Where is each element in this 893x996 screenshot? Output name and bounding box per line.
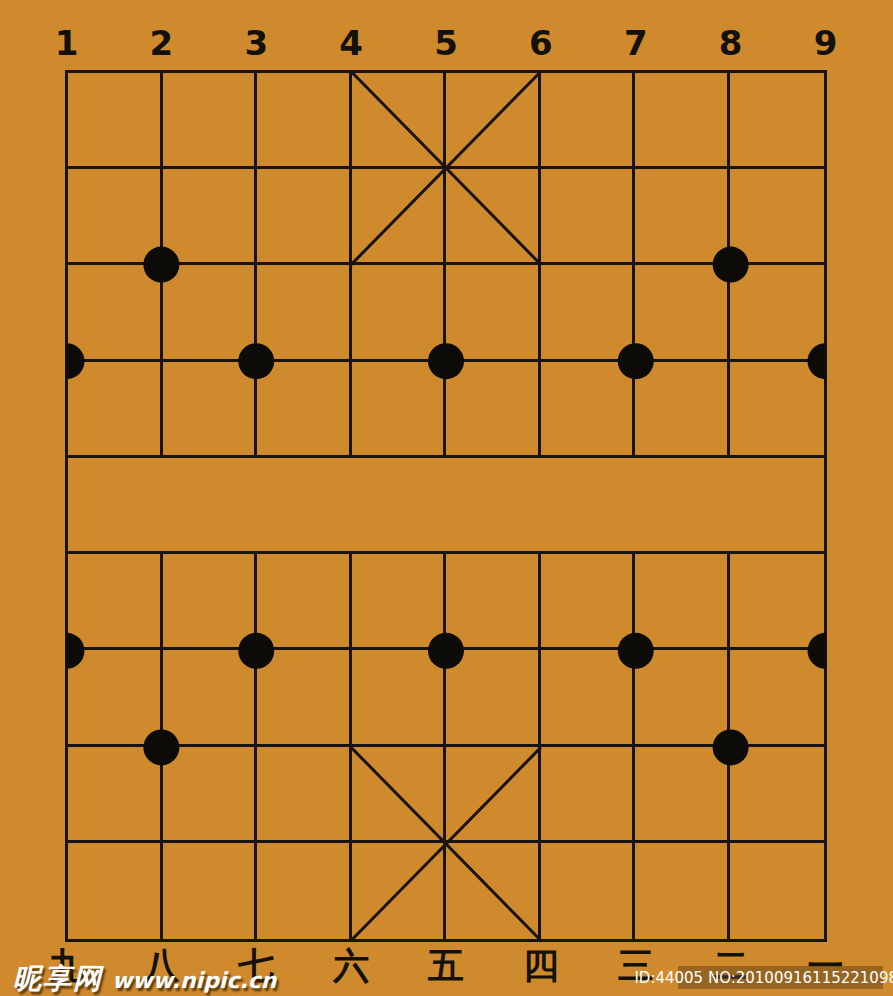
board-cell-f7-r1 — [635, 73, 730, 169]
board-cell-f6-r1 — [541, 73, 636, 169]
board-cell-f8-r2 — [730, 169, 825, 265]
board-cell-f1-r5 — [68, 458, 163, 554]
top-file-label-2: 2 — [150, 26, 174, 60]
board-cell-f7-r9 — [635, 843, 730, 939]
board-cell-f7-r7 — [635, 650, 730, 746]
board-cell-f4-r8 — [352, 747, 447, 843]
board-cell-f8-r1 — [730, 73, 825, 169]
board-cell-f6-r3 — [541, 265, 636, 361]
board-cell-f1-r9 — [68, 843, 163, 939]
top-file-label-3: 3 — [244, 26, 268, 60]
board-cell-f1-r3 — [68, 265, 163, 361]
board-cell-f3-r7 — [257, 650, 352, 746]
board-cell-f8-r6 — [730, 554, 825, 650]
board-cell-f3-r3 — [257, 265, 352, 361]
board-cell-f2-r6 — [163, 554, 258, 650]
watermark-site-url: www.nipic.cn — [112, 968, 277, 993]
board-cell-f2-r5 — [163, 458, 258, 554]
top-file-label-6: 6 — [529, 26, 553, 60]
board-cell-f4-r2 — [352, 169, 447, 265]
xiangqi-board — [65, 70, 827, 942]
board-cell-f5-r2 — [446, 169, 541, 265]
board-wrap — [65, 70, 827, 942]
board-cell-f2-r4 — [163, 362, 258, 458]
board-cell-f3-r1 — [257, 73, 352, 169]
board-cell-f8-r3 — [730, 265, 825, 361]
board-cell-f1-r7 — [68, 650, 163, 746]
board-cell-f3-r4 — [257, 362, 352, 458]
board-cell-f6-r2 — [541, 169, 636, 265]
board-cell-f6-r7 — [541, 650, 636, 746]
board-cell-f2-r2 — [163, 169, 258, 265]
board-cell-f6-r6 — [541, 554, 636, 650]
bottom-file-label-4: 六 — [333, 948, 369, 984]
board-cell-f4-r9 — [352, 843, 447, 939]
board-cell-f3-r2 — [257, 169, 352, 265]
board-cell-f5-r9 — [446, 843, 541, 939]
top-file-label-8: 8 — [719, 26, 743, 60]
board-cell-f6-r4 — [541, 362, 636, 458]
watermark: 昵享网 www.nipic.cn — [13, 960, 277, 996]
id-bar-text: ID:44005 NO:20100916115221098370 — [634, 969, 893, 987]
board-cell-f4-r6 — [352, 554, 447, 650]
board-cell-f5-r3 — [446, 265, 541, 361]
board-cell-f7-r6 — [635, 554, 730, 650]
board-cell-f5-r1 — [446, 73, 541, 169]
bottom-file-label-5: 五 — [428, 948, 464, 984]
top-file-label-5: 5 — [434, 26, 458, 60]
board-cell-f5-r7 — [446, 650, 541, 746]
watermark-site-name: 昵享网 — [13, 960, 103, 996]
board-cell-f4-r3 — [352, 265, 447, 361]
board-cell-f5-r6 — [446, 554, 541, 650]
board-cell-f8-r8 — [730, 747, 825, 843]
board-cell-f8-r5 — [730, 458, 825, 554]
board-cell-f1-r2 — [68, 169, 163, 265]
id-bar: ID:44005 NO:20100916115221098370 — [678, 966, 883, 989]
board-cell-f1-r4 — [68, 362, 163, 458]
board-cell-f4-r5 — [352, 458, 447, 554]
board-cell-f8-r4 — [730, 362, 825, 458]
board-cell-f2-r8 — [163, 747, 258, 843]
board-cell-f7-r3 — [635, 265, 730, 361]
board-cell-f2-r7 — [163, 650, 258, 746]
board-cell-f4-r7 — [352, 650, 447, 746]
board-cell-f6-r5 — [541, 458, 636, 554]
board-cell-f2-r3 — [163, 265, 258, 361]
board-cell-f6-r9 — [541, 843, 636, 939]
board-cell-f2-r9 — [163, 843, 258, 939]
board-cell-f3-r5 — [257, 458, 352, 554]
board-cell-f1-r1 — [68, 73, 163, 169]
board-cell-f7-r8 — [635, 747, 730, 843]
top-file-label-7: 7 — [624, 26, 648, 60]
board-cell-f5-r4 — [446, 362, 541, 458]
bottom-file-label-6: 四 — [523, 948, 559, 984]
board-cell-f3-r6 — [257, 554, 352, 650]
top-file-label-9: 9 — [814, 26, 838, 60]
top-file-label-1: 1 — [55, 26, 79, 60]
board-cell-f7-r4 — [635, 362, 730, 458]
top-file-label-4: 4 — [339, 26, 363, 60]
board-cell-f4-r4 — [352, 362, 447, 458]
board-cell-f8-r9 — [730, 843, 825, 939]
board-cell-f5-r8 — [446, 747, 541, 843]
board-cell-f3-r9 — [257, 843, 352, 939]
board-cell-f2-r1 — [163, 73, 258, 169]
board-cell-f4-r1 — [352, 73, 447, 169]
board-cell-f8-r7 — [730, 650, 825, 746]
xiangqi-board-image: 123456789 九八七六五四三二一 昵享网 www.nipic.cn ID:… — [0, 0, 893, 996]
top-file-labels: 123456789 — [65, 24, 827, 66]
board-cell-f3-r8 — [257, 747, 352, 843]
board-cell-f7-r5 — [635, 458, 730, 554]
board-cell-f6-r8 — [541, 747, 636, 843]
board-cell-f1-r8 — [68, 747, 163, 843]
board-cell-f5-r5 — [446, 458, 541, 554]
board-cell-f7-r2 — [635, 169, 730, 265]
board-cell-f1-r6 — [68, 554, 163, 650]
